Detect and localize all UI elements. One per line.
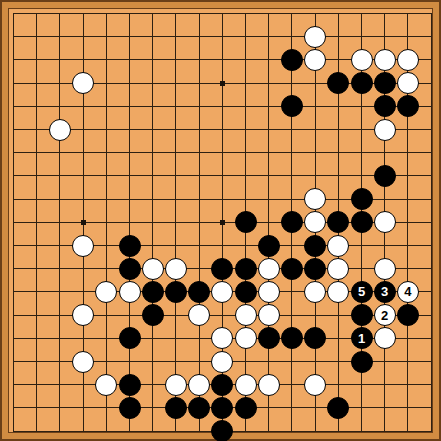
white-stone <box>119 281 141 303</box>
black-stone <box>351 351 373 373</box>
black-stone <box>374 72 396 94</box>
white-stone <box>258 258 280 280</box>
black-stone <box>235 258 257 280</box>
white-stone <box>374 49 396 71</box>
black-stone <box>397 304 419 326</box>
white-stone <box>235 327 257 349</box>
white-stone <box>374 327 396 349</box>
black-stone <box>119 374 141 396</box>
white-stone <box>165 258 187 280</box>
black-stone <box>119 327 141 349</box>
black-stone: 3 <box>374 281 396 303</box>
white-stone <box>374 211 396 233</box>
white-stone <box>397 49 419 71</box>
black-stone <box>304 235 326 257</box>
black-stone <box>281 258 303 280</box>
move-number-label: 4 <box>404 285 411 298</box>
move-number-label: 5 <box>358 285 365 298</box>
move-number-label: 2 <box>381 309 388 322</box>
black-stone <box>142 304 164 326</box>
black-stone: 1 <box>351 327 373 349</box>
black-stone <box>119 397 141 419</box>
white-stone <box>188 374 210 396</box>
white-stone <box>397 72 419 94</box>
black-stone <box>351 211 373 233</box>
white-stone <box>258 304 280 326</box>
black-stone <box>235 211 257 233</box>
white-stone <box>49 119 71 141</box>
white-stone <box>304 49 326 71</box>
white-stone <box>95 374 117 396</box>
black-stone <box>351 188 373 210</box>
white-stone <box>304 26 326 48</box>
grid-line-vertical <box>431 13 432 432</box>
white-stone <box>327 258 349 280</box>
move-number-label: 1 <box>358 332 365 345</box>
star-point <box>220 220 225 225</box>
black-stone <box>142 281 164 303</box>
white-stone <box>165 374 187 396</box>
black-stone <box>119 258 141 280</box>
move-number-label: 3 <box>381 285 388 298</box>
white-stone <box>72 235 94 257</box>
white-stone: 2 <box>374 304 396 326</box>
star-point <box>220 81 225 86</box>
white-stone <box>235 374 257 396</box>
black-stone <box>374 95 396 117</box>
black-stone: 5 <box>351 281 373 303</box>
grid-line-vertical <box>268 13 269 432</box>
white-stone <box>374 258 396 280</box>
black-stone <box>258 235 280 257</box>
black-stone <box>235 281 257 303</box>
white-stone <box>327 235 349 257</box>
black-stone <box>351 72 373 94</box>
black-stone <box>304 258 326 280</box>
black-stone <box>281 49 303 71</box>
black-stone <box>351 304 373 326</box>
white-stone: 4 <box>397 281 419 303</box>
black-stone <box>211 374 233 396</box>
white-stone <box>235 304 257 326</box>
black-stone <box>188 281 210 303</box>
white-stone <box>258 281 280 303</box>
white-stone <box>351 49 373 71</box>
go-board: 53421 <box>0 0 441 441</box>
black-stone <box>165 397 187 419</box>
white-stone <box>211 351 233 373</box>
white-stone <box>304 374 326 396</box>
black-stone <box>119 235 141 257</box>
white-stone <box>304 281 326 303</box>
white-stone <box>142 258 164 280</box>
white-stone <box>374 119 396 141</box>
black-stone <box>374 165 396 187</box>
black-stone <box>235 397 257 419</box>
star-point <box>81 220 86 225</box>
black-stone <box>165 281 187 303</box>
white-stone <box>72 351 94 373</box>
black-stone <box>188 397 210 419</box>
black-stone <box>258 327 280 349</box>
black-stone <box>211 258 233 280</box>
black-stone <box>211 420 233 441</box>
white-stone <box>258 374 280 396</box>
